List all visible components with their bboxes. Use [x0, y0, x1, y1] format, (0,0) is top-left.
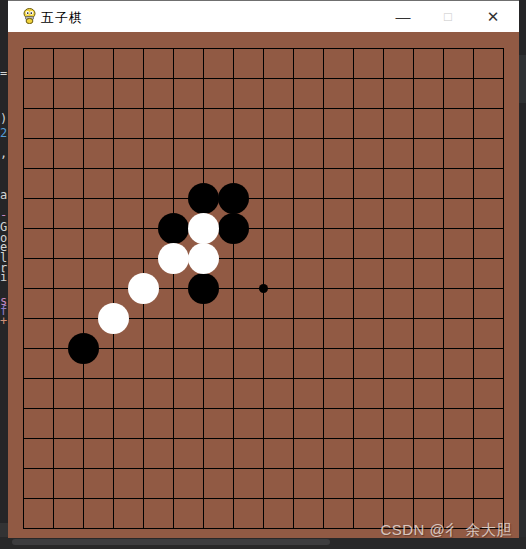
editor-code-fragment: , — [0, 147, 8, 159]
gomoku-window: 五子棋 — □ ✕ CSDN @彳 余大胆 — [8, 0, 519, 538]
white-stone — [128, 273, 159, 304]
editor-code-fragment: + — [0, 315, 8, 327]
title-bar: 五子棋 — □ ✕ — [8, 1, 519, 32]
editor-minimap-block — [519, 55, 526, 103]
background-editor-left-strip: =)2,a-Goelrisf+ — [0, 0, 8, 549]
black-stone — [218, 213, 249, 244]
black-stone — [218, 183, 249, 214]
editor-code-fragment: = — [0, 67, 8, 79]
minimize-button[interactable]: — — [383, 1, 423, 32]
csdn-watermark: CSDN @彳 余大胆 — [380, 521, 512, 540]
editor-code-fragment: a — [0, 189, 8, 201]
gomoku-board[interactable]: CSDN @彳 余大胆 — [8, 32, 519, 538]
stones-layer — [23, 48, 504, 529]
editor-code-fragment: ) — [0, 113, 8, 125]
white-stone — [98, 303, 129, 334]
white-stone — [188, 243, 219, 274]
black-stone — [188, 183, 219, 214]
black-stone — [188, 273, 219, 304]
editor-minimap-block — [519, 500, 526, 537]
maximize-button[interactable]: □ — [428, 1, 468, 32]
window-title: 五子棋 — [41, 9, 83, 27]
background-editor-right-strip — [519, 0, 526, 549]
app-icon[interactable] — [22, 8, 38, 24]
center-star-point — [259, 284, 268, 293]
editor-horizontal-scrollbar[interactable] — [12, 539, 330, 545]
white-stone — [188, 213, 219, 244]
white-stone — [158, 243, 189, 274]
black-stone — [158, 213, 189, 244]
editor-code-fragment: 2 — [0, 127, 8, 139]
editor-code-fragment: i — [0, 271, 8, 283]
black-stone — [68, 333, 99, 364]
close-button[interactable]: ✕ — [473, 1, 513, 32]
